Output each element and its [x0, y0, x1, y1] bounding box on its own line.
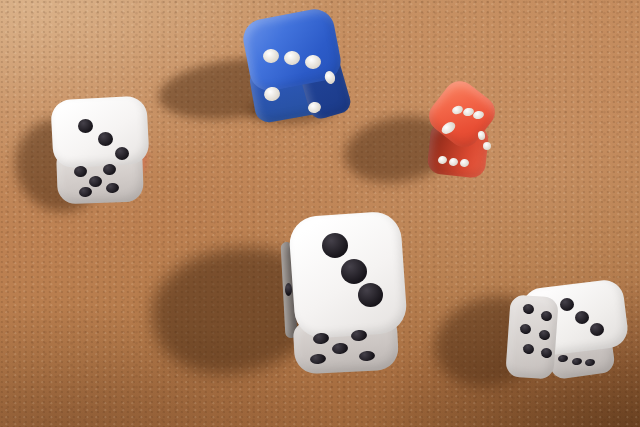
white-left-die-front-face-pip-3: [88, 175, 102, 187]
white-left-die-top-face-pip-2: [98, 132, 113, 146]
dice-photo-scene: [0, 0, 640, 427]
white-right-die-top-face-pip-2: [575, 311, 589, 324]
white-right-die-top-face-pip-1: [560, 298, 574, 311]
white-right-die-top-face-pip-3: [590, 323, 604, 336]
white-big-die-top-face-pip-2: [341, 259, 367, 284]
red-upper-die-body-pip-5: [477, 130, 485, 140]
white-left-die-top-face-pip-3: [115, 147, 129, 160]
white-big-die-top-face-pip-3: [358, 283, 383, 307]
white-left-die-top-face: [50, 96, 149, 169]
white-big-die-top-face-pip-1: [322, 233, 348, 258]
white-left-die-top-face-pip-1: [78, 119, 93, 133]
white-big-die-left-edge-face-pip-1: [285, 283, 292, 296]
white-left-die-front-face-pip-2: [102, 163, 116, 175]
red-upper-die-body-pip-6: [483, 142, 491, 150]
white-left-die-front-face-pip-1: [73, 165, 87, 177]
